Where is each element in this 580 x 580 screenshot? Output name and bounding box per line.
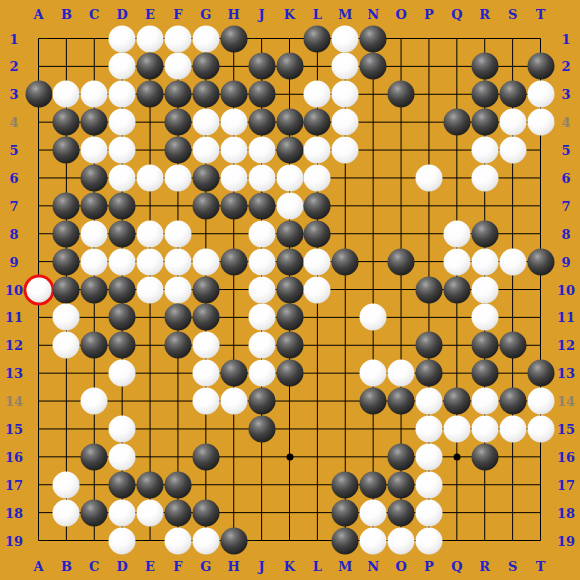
white-stone-J10 (248, 276, 275, 303)
white-stone-H14 (220, 388, 247, 415)
black-stone-B7 (53, 192, 80, 219)
row-label-left-18: 18 (5, 506, 23, 519)
column-label-bottom-G: G (200, 560, 211, 573)
black-stone-H19 (220, 527, 247, 554)
black-stone-C16 (81, 443, 108, 470)
column-label-bottom-D: D (117, 560, 128, 573)
black-stone-F3 (164, 81, 191, 108)
black-stone-R13 (471, 360, 498, 387)
white-stone-R5 (471, 137, 498, 164)
black-stone-O17 (388, 471, 415, 498)
column-label-top-F: F (173, 8, 182, 21)
column-label-bottom-M: M (338, 560, 352, 573)
white-stone-D16 (109, 443, 136, 470)
white-stone-G14 (192, 388, 219, 415)
white-stone-F19 (164, 527, 191, 554)
black-stone-J2 (248, 53, 275, 80)
black-stone-F17 (164, 471, 191, 498)
white-stone-N13 (360, 360, 387, 387)
row-label-right-7: 7 (561, 199, 570, 212)
row-label-right-3: 3 (561, 88, 570, 101)
row-label-right-16: 16 (557, 450, 575, 463)
black-stone-J15 (248, 415, 275, 442)
black-stone-S3 (499, 81, 526, 108)
black-stone-P13 (415, 360, 442, 387)
black-stone-C6 (81, 164, 108, 191)
white-stone-M5 (332, 137, 359, 164)
black-stone-M17 (332, 471, 359, 498)
white-stone-D9 (109, 248, 136, 275)
white-stone-M1 (332, 25, 359, 52)
white-stone-last-move-marker-A10 (26, 277, 51, 302)
black-stone-T13 (527, 360, 554, 387)
black-stone-H7 (220, 192, 247, 219)
white-stone-P6 (415, 164, 442, 191)
black-stone-P10 (415, 276, 442, 303)
black-stone-A3 (25, 81, 52, 108)
black-stone-M18 (332, 499, 359, 526)
white-stone-E18 (137, 499, 164, 526)
white-stone-M3 (332, 81, 359, 108)
black-stone-C12 (81, 332, 108, 359)
black-stone-L7 (304, 192, 331, 219)
black-stone-G16 (192, 443, 219, 470)
white-stone-L6 (304, 164, 331, 191)
black-stone-K10 (276, 276, 303, 303)
white-stone-R6 (471, 164, 498, 191)
row-label-left-10: 10 (5, 283, 23, 296)
white-stone-L9 (304, 248, 331, 275)
black-stone-R3 (471, 81, 498, 108)
white-stone-R10 (471, 276, 498, 303)
column-label-bottom-J: J (259, 560, 265, 573)
white-stone-B11 (53, 304, 80, 331)
white-stone-B12 (53, 332, 80, 359)
black-stone-H9 (220, 248, 247, 275)
white-stone-J12 (248, 332, 275, 359)
black-stone-O16 (388, 443, 415, 470)
row-label-left-16: 16 (5, 450, 23, 463)
black-stone-E2 (137, 53, 164, 80)
white-stone-P17 (415, 471, 442, 498)
row-label-right-2: 2 (561, 60, 570, 73)
white-stone-R15 (471, 415, 498, 442)
black-stone-D10 (109, 276, 136, 303)
white-stone-R9 (471, 248, 498, 275)
black-stone-T2 (527, 53, 554, 80)
black-stone-M19 (332, 527, 359, 554)
row-label-left-13: 13 (5, 367, 23, 380)
white-stone-N11 (360, 304, 387, 331)
black-stone-O14 (388, 388, 415, 415)
row-label-right-15: 15 (557, 422, 575, 435)
column-label-top-N: N (367, 8, 379, 21)
column-label-top-R: R (479, 8, 490, 21)
column-label-bottom-T: T (536, 560, 546, 573)
row-label-right-18: 18 (557, 506, 575, 519)
row-label-right-14: 14 (557, 395, 575, 408)
white-stone-M2 (332, 53, 359, 80)
white-stone-F1 (164, 25, 191, 52)
white-stone-F2 (164, 53, 191, 80)
black-stone-G10 (192, 276, 219, 303)
white-stone-R14 (471, 388, 498, 415)
row-label-right-11: 11 (557, 311, 575, 324)
black-stone-B5 (53, 137, 80, 164)
row-label-left-6: 6 (9, 171, 18, 184)
black-stone-Q10 (443, 276, 470, 303)
column-label-top-B: B (61, 8, 72, 21)
black-stone-F11 (164, 304, 191, 331)
column-label-bottom-O: O (395, 560, 406, 573)
white-stone-E9 (137, 248, 164, 275)
column-label-top-K: K (284, 8, 295, 21)
column-label-bottom-E: E (145, 560, 155, 573)
black-stone-E17 (137, 471, 164, 498)
column-label-top-D: D (117, 8, 128, 21)
black-stone-L1 (304, 25, 331, 52)
black-stone-J7 (248, 192, 275, 219)
black-stone-G7 (192, 192, 219, 219)
column-label-bottom-P: P (424, 560, 434, 573)
row-label-right-9: 9 (561, 255, 570, 268)
black-stone-G2 (192, 53, 219, 80)
row-label-left-3: 3 (9, 88, 18, 101)
black-stone-G3 (192, 81, 219, 108)
white-stone-L10 (304, 276, 331, 303)
black-stone-B4 (53, 109, 80, 136)
white-stone-D15 (109, 415, 136, 442)
row-label-right-1: 1 (561, 32, 570, 45)
white-stone-C8 (81, 220, 108, 247)
column-label-top-O: O (395, 8, 406, 21)
white-stone-D5 (109, 137, 136, 164)
white-stone-B3 (53, 81, 80, 108)
column-label-top-T: T (536, 8, 546, 21)
row-label-right-6: 6 (561, 171, 570, 184)
white-stone-C5 (81, 137, 108, 164)
column-label-top-L: L (313, 8, 322, 21)
white-stone-G13 (192, 360, 219, 387)
black-stone-P12 (415, 332, 442, 359)
white-stone-J11 (248, 304, 275, 331)
white-stone-E1 (137, 25, 164, 52)
black-stone-E3 (137, 81, 164, 108)
black-stone-D8 (109, 220, 136, 247)
white-stone-T14 (527, 388, 554, 415)
white-stone-Q8 (443, 220, 470, 247)
black-stone-G18 (192, 499, 219, 526)
black-stone-D12 (109, 332, 136, 359)
white-stone-E8 (137, 220, 164, 247)
row-label-left-14: 14 (5, 395, 23, 408)
white-stone-O19 (388, 527, 415, 554)
black-stone-O18 (388, 499, 415, 526)
row-label-left-11: 11 (5, 311, 23, 324)
black-stone-D17 (109, 471, 136, 498)
black-stone-H1 (220, 25, 247, 52)
white-stone-D2 (109, 53, 136, 80)
hoshi-point-K16 (286, 453, 293, 460)
white-stone-T3 (527, 81, 554, 108)
column-label-top-Q: Q (451, 8, 462, 21)
black-stone-N14 (360, 388, 387, 415)
black-stone-J4 (248, 109, 275, 136)
black-stone-J3 (248, 81, 275, 108)
white-stone-G4 (192, 109, 219, 136)
black-stone-C18 (81, 499, 108, 526)
row-label-left-2: 2 (9, 60, 18, 73)
white-stone-N18 (360, 499, 387, 526)
column-label-bottom-H: H (228, 560, 240, 573)
column-label-top-P: P (424, 8, 434, 21)
white-stone-D19 (109, 527, 136, 554)
black-stone-N17 (360, 471, 387, 498)
column-label-top-A: A (33, 8, 43, 21)
row-label-left-12: 12 (5, 339, 23, 352)
row-label-right-8: 8 (561, 227, 570, 240)
go-board[interactable]: AABBCCDDEEFFGGHHJJKKLLMMNNOOPPQQRRSSTT11… (0, 0, 580, 580)
white-stone-J6 (248, 164, 275, 191)
row-label-left-7: 7 (9, 199, 18, 212)
white-stone-R11 (471, 304, 498, 331)
column-label-top-S: S (508, 8, 517, 21)
black-stone-O3 (388, 81, 415, 108)
black-stone-T9 (527, 248, 554, 275)
white-stone-C3 (81, 81, 108, 108)
white-stone-J8 (248, 220, 275, 247)
black-stone-D7 (109, 192, 136, 219)
black-stone-F12 (164, 332, 191, 359)
black-stone-R16 (471, 443, 498, 470)
black-stone-K13 (276, 360, 303, 387)
white-stone-K7 (276, 192, 303, 219)
white-stone-J5 (248, 137, 275, 164)
row-label-left-17: 17 (5, 478, 23, 491)
white-stone-J13 (248, 360, 275, 387)
black-stone-J14 (248, 388, 275, 415)
row-label-right-4: 4 (561, 116, 570, 129)
white-stone-H4 (220, 109, 247, 136)
white-stone-B18 (53, 499, 80, 526)
row-label-left-15: 15 (5, 422, 23, 435)
white-stone-H6 (220, 164, 247, 191)
row-label-left-1: 1 (9, 32, 18, 45)
white-stone-D4 (109, 109, 136, 136)
black-stone-M9 (332, 248, 359, 275)
row-label-left-9: 9 (9, 255, 18, 268)
column-label-top-M: M (338, 8, 352, 21)
white-stone-S15 (499, 415, 526, 442)
black-stone-F18 (164, 499, 191, 526)
white-stone-G19 (192, 527, 219, 554)
black-stone-H13 (220, 360, 247, 387)
row-label-right-5: 5 (561, 144, 570, 157)
black-stone-K12 (276, 332, 303, 359)
white-stone-P19 (415, 527, 442, 554)
white-stone-F8 (164, 220, 191, 247)
black-stone-K2 (276, 53, 303, 80)
white-stone-S9 (499, 248, 526, 275)
row-label-right-13: 13 (557, 367, 575, 380)
white-stone-D13 (109, 360, 136, 387)
black-stone-K4 (276, 109, 303, 136)
black-stone-B9 (53, 248, 80, 275)
column-label-top-H: H (228, 8, 240, 21)
column-label-bottom-L: L (313, 560, 322, 573)
white-stone-L5 (304, 137, 331, 164)
column-label-bottom-S: S (508, 560, 517, 573)
column-label-bottom-N: N (367, 560, 379, 573)
black-stone-C4 (81, 109, 108, 136)
white-stone-D6 (109, 164, 136, 191)
black-stone-R4 (471, 109, 498, 136)
black-stone-D11 (109, 304, 136, 331)
black-stone-N1 (360, 25, 387, 52)
white-stone-K6 (276, 164, 303, 191)
column-label-top-G: G (200, 8, 211, 21)
white-stone-O13 (388, 360, 415, 387)
black-stone-L8 (304, 220, 331, 247)
row-label-left-4: 4 (9, 116, 18, 129)
white-stone-B17 (53, 471, 80, 498)
white-stone-T15 (527, 415, 554, 442)
white-stone-D3 (109, 81, 136, 108)
hoshi-point-Q16 (453, 453, 460, 460)
white-stone-J9 (248, 248, 275, 275)
white-stone-F10 (164, 276, 191, 303)
white-stone-T4 (527, 109, 554, 136)
white-stone-G9 (192, 248, 219, 275)
column-label-top-C: C (89, 8, 99, 21)
black-stone-N2 (360, 53, 387, 80)
row-label-left-19: 19 (5, 534, 23, 547)
black-stone-K11 (276, 304, 303, 331)
black-stone-B10 (53, 276, 80, 303)
black-stone-G6 (192, 164, 219, 191)
black-stone-C7 (81, 192, 108, 219)
white-stone-E10 (137, 276, 164, 303)
white-stone-G5 (192, 137, 219, 164)
white-stone-C14 (81, 388, 108, 415)
row-label-right-19: 19 (557, 534, 575, 547)
column-label-top-J: J (259, 8, 265, 21)
white-stone-H5 (220, 137, 247, 164)
black-stone-L4 (304, 109, 331, 136)
black-stone-Q14 (443, 388, 470, 415)
black-stone-S14 (499, 388, 526, 415)
black-stone-R12 (471, 332, 498, 359)
column-label-bottom-R: R (479, 560, 490, 573)
row-label-right-17: 17 (557, 478, 575, 491)
white-stone-E6 (137, 164, 164, 191)
white-stone-D1 (109, 25, 136, 52)
column-label-top-E: E (145, 8, 155, 21)
white-stone-P14 (415, 388, 442, 415)
white-stone-P15 (415, 415, 442, 442)
column-label-bottom-F: F (173, 560, 182, 573)
white-stone-D18 (109, 499, 136, 526)
white-stone-L3 (304, 81, 331, 108)
row-label-right-10: 10 (557, 283, 575, 296)
white-stone-G1 (192, 25, 219, 52)
black-stone-C10 (81, 276, 108, 303)
white-stone-S4 (499, 109, 526, 136)
white-stone-S5 (499, 137, 526, 164)
white-stone-P16 (415, 443, 442, 470)
black-stone-B8 (53, 220, 80, 247)
black-stone-S12 (499, 332, 526, 359)
row-label-left-5: 5 (9, 144, 18, 157)
white-stone-M4 (332, 109, 359, 136)
white-stone-N19 (360, 527, 387, 554)
column-label-bottom-Q: Q (451, 560, 462, 573)
column-label-bottom-A: A (33, 560, 43, 573)
black-stone-G11 (192, 304, 219, 331)
black-stone-R2 (471, 53, 498, 80)
black-stone-H3 (220, 81, 247, 108)
black-stone-K9 (276, 248, 303, 275)
column-label-bottom-K: K (284, 560, 295, 573)
column-label-bottom-C: C (89, 560, 99, 573)
black-stone-F4 (164, 109, 191, 136)
black-stone-K8 (276, 220, 303, 247)
black-stone-R8 (471, 220, 498, 247)
black-stone-Q4 (443, 109, 470, 136)
white-stone-G12 (192, 332, 219, 359)
black-stone-O9 (388, 248, 415, 275)
row-label-right-12: 12 (557, 339, 575, 352)
column-label-bottom-B: B (61, 560, 72, 573)
white-stone-Q15 (443, 415, 470, 442)
white-stone-F6 (164, 164, 191, 191)
white-stone-Q9 (443, 248, 470, 275)
black-stone-K5 (276, 137, 303, 164)
white-stone-C9 (81, 248, 108, 275)
black-stone-F5 (164, 137, 191, 164)
row-label-left-8: 8 (9, 227, 18, 240)
white-stone-F9 (164, 248, 191, 275)
white-stone-P18 (415, 499, 442, 526)
